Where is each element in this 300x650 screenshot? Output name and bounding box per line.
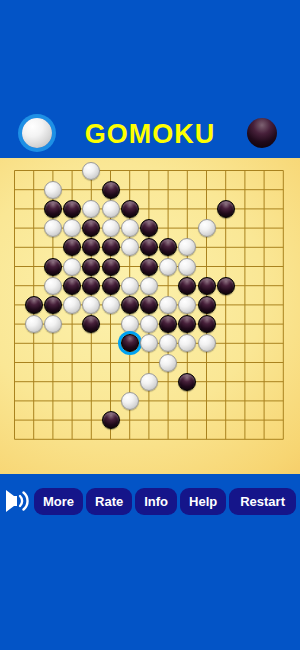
restart-button[interactable]: Restart [229, 488, 296, 515]
app-screen: GOMOKU More Rate Info Help Restart [0, 0, 300, 650]
stone-black [44, 200, 62, 218]
stone-white [63, 296, 81, 314]
stone-black [102, 258, 120, 276]
stone-black [121, 200, 139, 218]
stone-black [25, 296, 43, 314]
stone-black [102, 277, 120, 295]
stone-black [102, 181, 120, 199]
stone-black [82, 277, 100, 295]
stone-black [102, 238, 120, 256]
stone-black [178, 277, 196, 295]
stone-white [63, 258, 81, 276]
stone-white [102, 200, 120, 218]
stone-white [44, 219, 62, 237]
stone-black [198, 277, 216, 295]
toolbar: More Rate Info Help Restart [0, 487, 300, 515]
stone-white [44, 181, 62, 199]
stone-white [121, 219, 139, 237]
stone-black [198, 296, 216, 314]
stone-black [121, 296, 139, 314]
stone-white [44, 277, 62, 295]
stone-black [63, 200, 81, 218]
stone-black [178, 373, 196, 391]
stone-black [140, 258, 158, 276]
stone-white [140, 315, 158, 333]
stone-white [121, 315, 139, 333]
stone-black [217, 200, 235, 218]
stone-black [82, 258, 100, 276]
stone-white [198, 334, 216, 352]
stone-black [198, 315, 216, 333]
stone-white [159, 296, 177, 314]
stone-white [178, 258, 196, 276]
sound-icon[interactable] [5, 488, 31, 514]
stone-black [140, 296, 158, 314]
stone-black [44, 296, 62, 314]
stone-white [140, 373, 158, 391]
stone-black [140, 219, 158, 237]
more-button[interactable]: More [34, 488, 83, 515]
stone-white [121, 277, 139, 295]
help-button[interactable]: Help [180, 488, 226, 515]
stone-white [121, 392, 139, 410]
black-player-indicator [247, 118, 277, 148]
info-button[interactable]: Info [135, 488, 177, 515]
stone-black [63, 277, 81, 295]
stone-white [102, 296, 120, 314]
stone-white [121, 238, 139, 256]
stone-white [198, 219, 216, 237]
stone-black-last-move [121, 334, 139, 352]
stone-white [159, 258, 177, 276]
stone-black [44, 258, 62, 276]
stone-white [44, 315, 62, 333]
rate-button[interactable]: Rate [86, 488, 132, 515]
stone-black [102, 411, 120, 429]
stone-white [82, 162, 100, 180]
stone-white [140, 277, 158, 295]
stone-black [217, 277, 235, 295]
stone-white [25, 315, 43, 333]
stone-white [159, 354, 177, 372]
stone-white [102, 219, 120, 237]
game-board[interactable] [0, 158, 300, 474]
